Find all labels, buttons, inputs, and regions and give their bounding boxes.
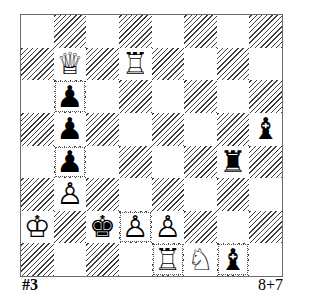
- square-f2: [184, 211, 217, 244]
- square-a6: [21, 80, 54, 113]
- square-d8: [119, 15, 152, 48]
- square-h3: [249, 178, 282, 211]
- square-g5: [217, 113, 250, 146]
- square-g8: [217, 15, 250, 48]
- square-h6: [249, 80, 282, 113]
- square-f3: [184, 178, 217, 211]
- piece-white-pawn-d2: ♙: [119, 211, 152, 244]
- square-f7: [184, 48, 217, 81]
- piece-black-rook-g4: ♜: [217, 146, 250, 179]
- square-b5: ♟: [54, 113, 87, 146]
- square-c7: [86, 48, 119, 81]
- square-a2: ♔: [21, 211, 54, 244]
- piece-black-pawn-b6: ♟: [54, 80, 87, 113]
- square-e8: [152, 15, 185, 48]
- square-c8: [86, 15, 119, 48]
- square-e1: ♖: [152, 243, 185, 276]
- square-b1: [54, 243, 87, 276]
- piece-black-king-c2: ♚: [86, 211, 119, 244]
- square-f8: [184, 15, 217, 48]
- square-e3: [152, 178, 185, 211]
- square-h2: [249, 211, 282, 244]
- square-d1: [119, 243, 152, 276]
- square-b2: [54, 211, 87, 244]
- square-h4: [249, 146, 282, 179]
- square-f4: [184, 146, 217, 179]
- square-d2: ♙: [119, 211, 152, 244]
- square-b6: ♟: [54, 80, 87, 113]
- square-g6: [217, 80, 250, 113]
- square-a7: [21, 48, 54, 81]
- chess-board: ♕♖♟♟♝♟♜♙♔♚♙♙♖♘♝: [20, 14, 283, 277]
- piece-white-rook-d7: ♖: [119, 48, 152, 81]
- piece-white-king-a2: ♔: [21, 211, 54, 244]
- square-e6: [152, 80, 185, 113]
- piece-white-knight-f1: ♘: [184, 243, 217, 276]
- square-c2: ♚: [86, 211, 119, 244]
- square-h8: [249, 15, 282, 48]
- square-a3: [21, 178, 54, 211]
- piece-black-bishop-g1: ♝: [217, 243, 250, 276]
- square-e7: [152, 48, 185, 81]
- square-a4: [21, 146, 54, 179]
- square-e2: ♙: [152, 211, 185, 244]
- square-a8: [21, 15, 54, 48]
- square-h5: ♝: [249, 113, 282, 146]
- square-c6: [86, 80, 119, 113]
- square-f1: ♘: [184, 243, 217, 276]
- square-b4: ♟: [54, 146, 87, 179]
- square-g7: [217, 48, 250, 81]
- square-a1: [21, 243, 54, 276]
- square-g2: [217, 211, 250, 244]
- square-f5: [184, 113, 217, 146]
- square-c5: [86, 113, 119, 146]
- square-g3: [217, 178, 250, 211]
- square-d5: [119, 113, 152, 146]
- piece-white-pawn-e2: ♙: [152, 211, 185, 244]
- square-b7: ♕: [54, 48, 87, 81]
- stipulation-label: #3: [22, 276, 38, 294]
- square-c4: [86, 146, 119, 179]
- square-d4: [119, 146, 152, 179]
- square-b8: [54, 15, 87, 48]
- piece-white-rook-e1: ♖: [152, 243, 185, 276]
- square-g1: ♝: [217, 243, 250, 276]
- square-h1: [249, 243, 282, 276]
- square-c3: [86, 178, 119, 211]
- square-e5: [152, 113, 185, 146]
- square-e4: [152, 146, 185, 179]
- square-d7: ♖: [119, 48, 152, 81]
- square-c1: [86, 243, 119, 276]
- piece-black-pawn-b4: ♟: [54, 146, 87, 179]
- piece-white-queen-b7: ♕: [54, 48, 87, 81]
- square-h7: [249, 48, 282, 81]
- piece-count-label: 8+7: [258, 276, 283, 294]
- square-b3: ♙: [54, 178, 87, 211]
- square-d6: [119, 80, 152, 113]
- piece-black-bishop-h5: ♝: [249, 113, 282, 146]
- square-g4: ♜: [217, 146, 250, 179]
- square-f6: [184, 80, 217, 113]
- piece-white-pawn-b3: ♙: [54, 178, 87, 211]
- piece-black-pawn-b5: ♟: [54, 113, 87, 146]
- square-d3: [119, 178, 152, 211]
- square-a5: [21, 113, 54, 146]
